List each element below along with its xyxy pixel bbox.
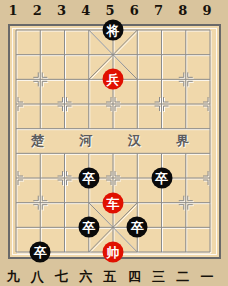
red-chariot[interactable]: 车 [103,192,124,213]
river-label-3: 汉 [128,132,141,150]
file-label-bottom-9: 一 [201,268,214,286]
red-general[interactable]: 帅 [103,242,124,263]
river-label-1: 楚 [31,132,44,150]
file-label-bottom-4: 六 [79,268,92,286]
file-label-bottom-7: 三 [152,268,165,286]
river-label-4: 界 [176,132,189,150]
black-soldier[interactable]: 卒 [78,217,99,238]
file-label-bottom-1: 九 [7,268,20,286]
file-label-bottom-3: 七 [55,268,68,286]
file-label-bottom-8: 二 [176,268,189,286]
black-general[interactable]: 将 [103,20,124,41]
red-soldier[interactable]: 兵 [103,69,124,90]
black-soldier[interactable]: 卒 [151,168,172,189]
black-soldier[interactable]: 卒 [127,217,148,238]
file-label-bottom-5: 五 [104,268,117,286]
xiangqi-board-app: 123456789 楚河汉界 将兵卒卒车卒卒卒帅 九八七六五四三二一 [0,0,228,286]
file-label-bottom-6: 四 [128,268,141,286]
black-soldier[interactable]: 卒 [78,168,99,189]
black-soldier[interactable]: 卒 [30,242,51,263]
file-label-bottom-2: 八 [31,268,44,286]
river-label-2: 河 [79,132,92,150]
